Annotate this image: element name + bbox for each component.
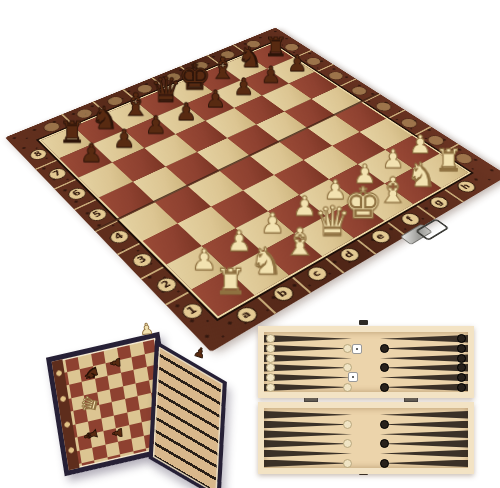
- file-label-b: b: [269, 284, 297, 305]
- thumb-backgammon-interior: [252, 318, 480, 478]
- checker-light[interactable]: [343, 439, 352, 448]
- backgammon-half-bottom: [258, 402, 474, 474]
- checker-light[interactable]: [343, 459, 352, 468]
- rank-label-4: 4: [106, 228, 132, 246]
- checker-dark[interactable]: [457, 373, 466, 382]
- ornament-circle: [303, 56, 324, 67]
- ornament-circle: [134, 83, 155, 95]
- rank-label-3: 3: [129, 250, 156, 269]
- stuck-piece-dark-bishop[interactable]: ♝: [81, 425, 101, 445]
- backgammon-points-area: [264, 408, 468, 468]
- backgammon-point: [380, 384, 468, 392]
- folded-board-label-strip: [52, 359, 80, 470]
- backgammon-points-area: [264, 332, 468, 392]
- checker-dark[interactable]: [380, 420, 389, 429]
- ornament-circle: [73, 107, 95, 120]
- box-clasp-top[interactable]: [359, 320, 368, 325]
- ornament-circle: [217, 49, 238, 60]
- ornament-circle: [372, 100, 395, 113]
- checker-light[interactable]: [343, 383, 352, 392]
- backgammon-point: [380, 354, 468, 362]
- ridge-piece-light-pawn[interactable]: ♟: [139, 321, 154, 337]
- stuck-piece-dark-pawn[interactable]: ♟: [111, 426, 125, 439]
- checker-dark[interactable]: [380, 383, 389, 392]
- checker-light[interactable]: [266, 373, 275, 382]
- backgammon-point: [264, 411, 352, 419]
- die-icon[interactable]: [348, 372, 358, 382]
- checker-dark[interactable]: [457, 383, 466, 392]
- backgammon-point: [380, 345, 468, 353]
- backgammon-point: [264, 335, 352, 343]
- backgammon-point: [380, 335, 468, 343]
- ornament-circle: [162, 71, 183, 83]
- backgammon-point: [380, 430, 468, 438]
- backgammon-point: [380, 450, 468, 458]
- backgammon-point: [264, 450, 352, 458]
- ornament-circle: [243, 39, 263, 50]
- ornament-circle: [397, 116, 420, 129]
- backgammon-point: [264, 354, 352, 362]
- product-gallery: 87654321 abcdefgh ♜♞♝♛♚♝♞♜♟♟♟♟♟♟♟♟♟♟♟♟♟♟…: [0, 0, 500, 306]
- piece-black-pawn[interactable]: ♟: [72, 140, 110, 165]
- backgammon-point: [380, 364, 468, 372]
- backgammon-point: [264, 460, 352, 468]
- ornament-circle: [40, 120, 62, 134]
- backgammon-half-top: [258, 326, 474, 398]
- piece-white-rook[interactable]: ♜: [208, 264, 253, 300]
- backgammon-point: [380, 460, 468, 468]
- ornament-circle: [325, 70, 346, 82]
- backgammon-point: [264, 421, 352, 429]
- checker-dark[interactable]: [380, 459, 389, 468]
- thumbnails-row: ♞♟♛♝♟ ♟♟: [0, 306, 500, 488]
- stuck-piece-light-queen[interactable]: ♛: [78, 393, 102, 415]
- backgammon-point: [380, 440, 468, 448]
- checker-light[interactable]: [266, 354, 275, 363]
- backgammon-point: [380, 374, 468, 382]
- stuck-piece-dark-pawn[interactable]: ♟: [109, 356, 123, 369]
- checker-dark[interactable]: [457, 344, 466, 353]
- ridge-piece-dark-pawn[interactable]: ♟: [192, 345, 207, 361]
- checker-light[interactable]: [343, 344, 352, 353]
- die-icon[interactable]: [352, 344, 362, 354]
- thumb-folded-board: ♞♟♛♝♟ ♟♟: [24, 310, 238, 480]
- checker-light[interactable]: [266, 383, 275, 392]
- stuck-piece-dark-knight[interactable]: ♞: [82, 363, 102, 383]
- checker-dark[interactable]: [380, 439, 389, 448]
- checker-dark[interactable]: [380, 363, 389, 372]
- backgammon-point: [264, 345, 352, 353]
- squares-grid: ♜♞♝♛♚♝♞♜♟♟♟♟♟♟♟♟♟♟♟♟♟♟♟♟♜♞♝♛♚♝♞♜: [41, 44, 468, 316]
- backgammon-point: [380, 411, 468, 419]
- backgammon-point: [264, 384, 352, 392]
- checker-dark[interactable]: [457, 354, 466, 363]
- chess-board: 87654321 abcdefgh ♜♞♝♛♚♝♞♜♟♟♟♟♟♟♟♟♟♟♟♟♟♟…: [5, 28, 500, 352]
- ornament-circle: [281, 42, 301, 53]
- backgammon-point: [264, 364, 352, 372]
- backgammon-point: [264, 430, 352, 438]
- piece-black-pawn[interactable]: ♟: [105, 126, 143, 151]
- main-photo-chess-board: 87654321 abcdefgh ♜♞♝♛♚♝♞♜♟♟♟♟♟♟♟♟♟♟♟♟♟♟…: [0, 0, 500, 306]
- checker-light[interactable]: [343, 363, 352, 372]
- ornament-circle: [104, 95, 126, 108]
- ornament-circle: [348, 85, 370, 97]
- folded-board-interior-face: [149, 340, 227, 488]
- checker-light[interactable]: [266, 344, 275, 353]
- backgammon-point: [264, 440, 352, 448]
- backgammon-point: [380, 421, 468, 429]
- checker-light[interactable]: [343, 420, 352, 429]
- checker-dark[interactable]: [380, 344, 389, 353]
- ornament-circle: [190, 60, 211, 71]
- backgammon-point: [264, 374, 352, 382]
